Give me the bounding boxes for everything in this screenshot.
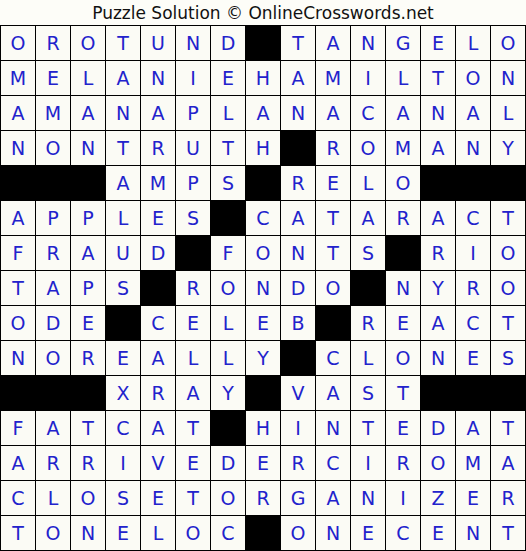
- grid-cell: A: [421, 201, 455, 235]
- block-cell: [141, 271, 175, 305]
- grid-cell: E: [176, 306, 210, 340]
- grid-cell: C: [211, 516, 245, 550]
- grid-cell: A: [106, 166, 140, 200]
- grid-cell: S: [106, 271, 140, 305]
- grid-cell: C: [316, 446, 350, 480]
- grid-cell: E: [106, 516, 140, 550]
- grid-cell: O: [36, 341, 70, 375]
- grid-cell: E: [71, 306, 105, 340]
- grid-cell: U: [141, 26, 175, 60]
- grid-cell: Y: [246, 341, 280, 375]
- block-cell: [71, 376, 105, 410]
- grid-cell: P: [176, 96, 210, 130]
- title-bar: Puzzle Solution © OnlineCrosswords.net: [0, 0, 526, 25]
- grid-cell: O: [491, 26, 525, 60]
- grid-cell: O: [71, 26, 105, 60]
- grid-cell: M: [386, 131, 420, 165]
- grid-cell: E: [36, 61, 70, 95]
- grid-cell: E: [386, 306, 420, 340]
- grid-cell: L: [456, 26, 490, 60]
- grid-cell: L: [176, 341, 210, 375]
- grid-cell: A: [176, 376, 210, 410]
- grid-cell: N: [246, 271, 280, 305]
- grid-cell: R: [281, 446, 315, 480]
- grid-cell: O: [36, 516, 70, 550]
- block-cell: [491, 376, 525, 410]
- grid-cell: E: [106, 341, 140, 375]
- grid-cell: I: [351, 61, 385, 95]
- block-cell: [246, 26, 280, 60]
- grid-cell: U: [106, 236, 140, 270]
- grid-cell: R: [141, 376, 175, 410]
- grid-cell: A: [71, 236, 105, 270]
- grid-cell: O: [1, 306, 35, 340]
- grid-cell: L: [491, 96, 525, 130]
- grid-cell: A: [421, 306, 455, 340]
- grid-cell: A: [316, 481, 350, 515]
- grid-cell: A: [386, 96, 420, 130]
- grid-cell: E: [351, 516, 385, 550]
- grid-cell: T: [491, 306, 525, 340]
- grid-cell: I: [386, 481, 420, 515]
- grid-cell: O: [211, 271, 245, 305]
- block-cell: [246, 516, 280, 550]
- grid-cell: A: [456, 411, 490, 445]
- grid-cell: A: [71, 96, 105, 130]
- grid-cell: T: [1, 271, 35, 305]
- grid-cell: P: [71, 201, 105, 235]
- block-cell: [211, 411, 245, 445]
- grid-cell: N: [456, 516, 490, 550]
- grid-cell: A: [421, 131, 455, 165]
- grid-cell: E: [246, 446, 280, 480]
- grid-cell: O: [246, 236, 280, 270]
- grid-cell: O: [456, 61, 490, 95]
- grid-cell: S: [351, 236, 385, 270]
- grid-cell: T: [106, 26, 140, 60]
- grid-cell: M: [316, 61, 350, 95]
- grid-cell: E: [141, 201, 175, 235]
- grid-cell: R: [71, 341, 105, 375]
- grid-cell: L: [36, 481, 70, 515]
- grid-cell: A: [351, 201, 385, 235]
- block-cell: [246, 166, 280, 200]
- grid-cell: A: [141, 96, 175, 130]
- block-cell: [36, 166, 70, 200]
- grid-cell: E: [456, 341, 490, 375]
- grid-cell: T: [71, 411, 105, 445]
- grid-cell: S: [351, 376, 385, 410]
- grid-cell: C: [316, 341, 350, 375]
- grid-cell: R: [176, 271, 210, 305]
- block-cell: [36, 376, 70, 410]
- grid-cell: O: [491, 271, 525, 305]
- grid-cell: T: [1, 516, 35, 550]
- grid-cell: A: [281, 201, 315, 235]
- grid-cell: T: [351, 411, 385, 445]
- grid-cell: R: [386, 201, 420, 235]
- grid-cell: G: [386, 26, 420, 60]
- grid-cell: A: [36, 271, 70, 305]
- grid-cell: P: [176, 166, 210, 200]
- crossword-grid: OROTUNDTANGELOMELANIEHAMILTONAMANAPLANAC…: [0, 25, 526, 551]
- block-cell: [421, 166, 455, 200]
- grid-cell: S: [176, 201, 210, 235]
- grid-cell: A: [456, 96, 490, 130]
- grid-cell: M: [141, 166, 175, 200]
- grid-cell: T: [176, 481, 210, 515]
- grid-cell: E: [421, 26, 455, 60]
- block-cell: [386, 236, 420, 270]
- grid-cell: E: [316, 166, 350, 200]
- grid-cell: L: [211, 306, 245, 340]
- grid-cell: T: [491, 411, 525, 445]
- grid-cell: N: [351, 481, 385, 515]
- block-cell: [1, 166, 35, 200]
- grid-cell: C: [1, 481, 35, 515]
- grid-cell: H: [246, 411, 280, 445]
- grid-cell: G: [281, 481, 315, 515]
- grid-cell: N: [316, 516, 350, 550]
- grid-cell: N: [491, 61, 525, 95]
- grid-cell: A: [1, 201, 35, 235]
- grid-cell: L: [106, 201, 140, 235]
- grid-cell: A: [36, 411, 70, 445]
- grid-cell: L: [211, 341, 245, 375]
- grid-cell: N: [281, 96, 315, 130]
- grid-cell: L: [386, 61, 420, 95]
- grid-cell: C: [456, 306, 490, 340]
- grid-cell: N: [351, 26, 385, 60]
- grid-cell: O: [71, 481, 105, 515]
- grid-cell: D: [421, 411, 455, 445]
- grid-cell: R: [491, 481, 525, 515]
- grid-cell: L: [211, 96, 245, 130]
- grid-cell: N: [456, 131, 490, 165]
- block-cell: [246, 376, 280, 410]
- grid-cell: V: [281, 376, 315, 410]
- grid-cell: T: [421, 61, 455, 95]
- grid-cell: B: [281, 306, 315, 340]
- grid-cell: T: [316, 201, 350, 235]
- grid-cell: E: [211, 61, 245, 95]
- grid-cell: O: [281, 516, 315, 550]
- grid-cell: A: [1, 446, 35, 480]
- grid-cell: C: [141, 306, 175, 340]
- grid-cell: D: [211, 446, 245, 480]
- grid-cell: O: [386, 166, 420, 200]
- grid-cell: Y: [421, 271, 455, 305]
- block-cell: [456, 376, 490, 410]
- grid-cell: A: [316, 376, 350, 410]
- grid-cell: F: [211, 236, 245, 270]
- grid-cell: N: [421, 341, 455, 375]
- grid-cell: N: [281, 236, 315, 270]
- grid-cell: A: [141, 341, 175, 375]
- grid-cell: E: [246, 306, 280, 340]
- grid-cell: O: [211, 481, 245, 515]
- block-cell: [421, 376, 455, 410]
- grid-cell: S: [106, 481, 140, 515]
- grid-cell: F: [1, 411, 35, 445]
- grid-cell: A: [316, 96, 350, 130]
- grid-cell: O: [386, 341, 420, 375]
- block-cell: [351, 271, 385, 305]
- grid-cell: T: [316, 236, 350, 270]
- grid-cell: N: [176, 26, 210, 60]
- grid-cell: E: [456, 481, 490, 515]
- grid-cell: R: [281, 166, 315, 200]
- grid-cell: A: [491, 446, 525, 480]
- grid-cell: D: [141, 236, 175, 270]
- grid-cell: N: [71, 516, 105, 550]
- grid-cell: M: [1, 61, 35, 95]
- grid-cell: H: [246, 131, 280, 165]
- grid-cell: I: [351, 446, 385, 480]
- grid-cell: T: [106, 131, 140, 165]
- grid-cell: T: [211, 131, 245, 165]
- grid-cell: A: [106, 61, 140, 95]
- grid-cell: A: [281, 61, 315, 95]
- grid-cell: O: [1, 26, 35, 60]
- grid-cell: N: [1, 131, 35, 165]
- grid-cell: R: [316, 131, 350, 165]
- grid-cell: T: [491, 201, 525, 235]
- grid-cell: A: [316, 26, 350, 60]
- grid-cell: I: [456, 236, 490, 270]
- grid-cell: M: [36, 96, 70, 130]
- grid-cell: R: [386, 446, 420, 480]
- grid-cell: N: [386, 271, 420, 305]
- grid-cell: C: [351, 96, 385, 130]
- grid-cell: L: [351, 341, 385, 375]
- grid-cell: O: [491, 236, 525, 270]
- grid-cell: Y: [211, 376, 245, 410]
- block-cell: [316, 306, 350, 340]
- grid-cell: N: [71, 131, 105, 165]
- block-cell: [71, 166, 105, 200]
- grid-cell: O: [421, 446, 455, 480]
- grid-cell: I: [106, 446, 140, 480]
- grid-cell: U: [176, 131, 210, 165]
- grid-cell: X: [106, 376, 140, 410]
- grid-cell: R: [71, 446, 105, 480]
- grid-cell: A: [141, 411, 175, 445]
- grid-cell: A: [246, 96, 280, 130]
- grid-cell: N: [1, 341, 35, 375]
- block-cell: [456, 166, 490, 200]
- block-cell: [106, 306, 140, 340]
- grid-cell: R: [351, 306, 385, 340]
- grid-cell: R: [141, 131, 175, 165]
- grid-cell: R: [36, 236, 70, 270]
- grid-cell: T: [281, 26, 315, 60]
- grid-cell: E: [421, 516, 455, 550]
- grid-cell: E: [386, 411, 420, 445]
- grid-cell: E: [141, 481, 175, 515]
- grid-cell: N: [421, 96, 455, 130]
- grid-cell: E: [176, 446, 210, 480]
- grid-cell: R: [36, 26, 70, 60]
- grid-cell: O: [351, 131, 385, 165]
- grid-cell: I: [176, 61, 210, 95]
- grid-cell: P: [71, 271, 105, 305]
- grid-cell: D: [281, 271, 315, 305]
- grid-cell: V: [141, 446, 175, 480]
- grid-cell: L: [141, 516, 175, 550]
- grid-cell: F: [1, 236, 35, 270]
- grid-cell: H: [246, 61, 280, 95]
- grid-cell: N: [106, 96, 140, 130]
- grid-cell: C: [246, 201, 280, 235]
- grid-cell: R: [246, 481, 280, 515]
- page-title: Puzzle Solution © OnlineCrosswords.net: [92, 3, 434, 23]
- grid-cell: I: [281, 411, 315, 445]
- block-cell: [491, 166, 525, 200]
- grid-cell: D: [36, 306, 70, 340]
- grid-cell: S: [211, 166, 245, 200]
- grid-cell: L: [351, 166, 385, 200]
- grid-cell: R: [421, 236, 455, 270]
- block-cell: [281, 131, 315, 165]
- grid-cell: M: [456, 446, 490, 480]
- grid-cell: C: [386, 516, 420, 550]
- grid-cell: D: [211, 26, 245, 60]
- grid-cell: R: [456, 271, 490, 305]
- puzzle-solution-page: Puzzle Solution © OnlineCrosswords.net O…: [0, 0, 526, 551]
- grid-cell: O: [316, 271, 350, 305]
- grid-cell: N: [141, 61, 175, 95]
- grid-cell: N: [316, 411, 350, 445]
- block-cell: [1, 376, 35, 410]
- grid-cell: S: [491, 341, 525, 375]
- grid-cell: T: [176, 411, 210, 445]
- grid-cell: C: [456, 201, 490, 235]
- grid-cell: C: [106, 411, 140, 445]
- grid-cell: L: [71, 61, 105, 95]
- grid-cell: Y: [491, 131, 525, 165]
- block-cell: [281, 341, 315, 375]
- grid-cell: T: [386, 376, 420, 410]
- grid-cell: A: [1, 96, 35, 130]
- grid-cell: O: [36, 131, 70, 165]
- block-cell: [176, 236, 210, 270]
- grid-cell: Z: [421, 481, 455, 515]
- grid-cell: P: [36, 201, 70, 235]
- grid-cell: R: [36, 446, 70, 480]
- grid-cell: O: [176, 516, 210, 550]
- grid-cell: T: [491, 516, 525, 550]
- block-cell: [211, 201, 245, 235]
